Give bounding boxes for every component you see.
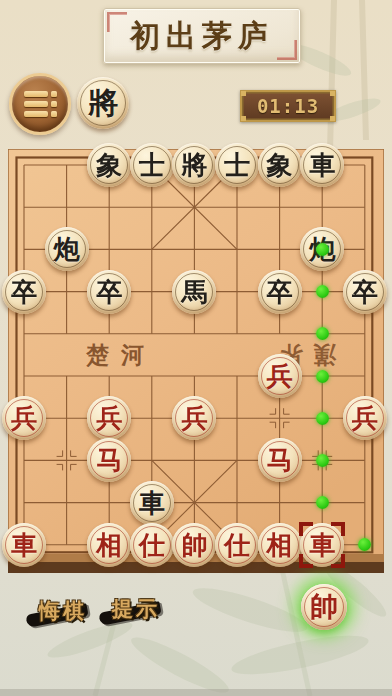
piece-glyph: 仕 <box>224 532 250 558</box>
piece-black-r0c7[interactable]: 車 <box>300 143 344 187</box>
red-general-turn-indicator: 帥 <box>301 584 347 630</box>
menu-button[interactable] <box>9 73 71 135</box>
piece-glyph: 將 <box>181 152 207 178</box>
piece-glyph: 马 <box>96 447 122 473</box>
hint-button[interactable]: 提示 <box>97 583 175 635</box>
piece-black-r0c6[interactable]: 象 <box>258 143 302 187</box>
move-dot[interactable] <box>316 243 329 256</box>
piece-red-r9c4[interactable]: 帥 <box>172 523 216 567</box>
plaque-corner-ornament <box>107 12 127 32</box>
xiangqi-board[interactable]: 楚河 漢界 象士將士象車炮炮卒卒馬卒卒車兵兵兵兵兵马马車相仕帥仕相車 <box>8 149 384 573</box>
piece-black-r3c2[interactable]: 卒 <box>87 270 131 314</box>
piece-red-r5c6[interactable]: 兵 <box>258 354 302 398</box>
piece-black-r3c8[interactable]: 卒 <box>343 270 387 314</box>
piece-glyph: 車 <box>139 490 165 516</box>
piece-black-r3c0[interactable]: 卒 <box>2 270 46 314</box>
piece-red-r9c5[interactable]: 仕 <box>215 523 259 567</box>
piece-glyph: 相 <box>96 532 122 558</box>
piece-red-r9c2[interactable]: 相 <box>87 523 131 567</box>
piece-glyph: 兵 <box>267 363 293 389</box>
black-general-glyph: 將 <box>88 88 118 118</box>
move-dot[interactable] <box>316 327 329 340</box>
piece-glyph: 马 <box>267 447 293 473</box>
piece-red-r7c6[interactable]: 马 <box>258 438 302 482</box>
piece-glyph: 兵 <box>352 405 378 431</box>
selected-square-marker <box>299 522 345 568</box>
piece-red-r6c8[interactable]: 兵 <box>343 396 387 440</box>
piece-glyph: 馬 <box>181 279 207 305</box>
move-dot[interactable] <box>316 412 329 425</box>
piece-glyph: 仕 <box>139 532 165 558</box>
move-dot[interactable] <box>316 496 329 509</box>
piece-red-r6c0[interactable]: 兵 <box>2 396 46 440</box>
piece-black-r2c1[interactable]: 炮 <box>45 227 89 271</box>
piece-black-r3c4[interactable]: 馬 <box>172 270 216 314</box>
piece-glyph: 帥 <box>181 532 207 558</box>
piece-black-r8c3[interactable]: 車 <box>130 481 174 525</box>
piece-black-r0c3[interactable]: 士 <box>130 143 174 187</box>
piece-red-r9c3[interactable]: 仕 <box>130 523 174 567</box>
level-title: 初出茅庐 <box>130 16 274 57</box>
move-dot[interactable] <box>316 370 329 383</box>
piece-glyph: 相 <box>267 532 293 558</box>
timer-value: 01:13 <box>257 95 319 117</box>
piece-black-r0c2[interactable]: 象 <box>87 143 131 187</box>
piece-glyph: 象 <box>267 152 293 178</box>
plaque-corner-ornament <box>277 40 297 60</box>
piece-red-r9c0[interactable]: 車 <box>2 523 46 567</box>
hint-label: 提示 <box>112 597 160 621</box>
piece-black-r0c5[interactable]: 士 <box>215 143 259 187</box>
app-root: 初出茅庐 將 01:13 <box>0 0 392 696</box>
river-label-left: 楚河 <box>85 341 156 368</box>
piece-glyph: 兵 <box>11 405 37 431</box>
piece-glyph: 士 <box>139 152 165 178</box>
move-dot[interactable] <box>316 285 329 298</box>
menu-list-icon <box>24 91 57 117</box>
black-general-indicator: 將 <box>77 77 129 129</box>
move-dot[interactable] <box>316 454 329 467</box>
piece-glyph: 兵 <box>96 405 122 431</box>
piece-glyph: 士 <box>224 152 250 178</box>
piece-glyph: 卒 <box>352 279 378 305</box>
undo-button[interactable]: 悔棋 <box>24 585 102 637</box>
piece-glyph: 兵 <box>181 405 207 431</box>
piece-black-r3c6[interactable]: 卒 <box>258 270 302 314</box>
piece-glyph: 卒 <box>267 279 293 305</box>
piece-glyph: 卒 <box>96 279 122 305</box>
board-grid: 楚河 漢界 <box>8 149 384 573</box>
red-general-glyph: 帥 <box>310 593 338 621</box>
level-title-plaque: 初出茅庐 <box>103 8 301 64</box>
bottom-edge-strip <box>0 689 392 696</box>
undo-label: 悔棋 <box>39 599 87 623</box>
piece-glyph: 車 <box>11 532 37 558</box>
piece-glyph: 象 <box>96 152 122 178</box>
piece-glyph: 炮 <box>54 236 80 262</box>
piece-glyph: 卒 <box>11 279 37 305</box>
timer: 01:13 <box>240 90 336 122</box>
piece-glyph: 車 <box>309 152 335 178</box>
piece-red-r9c6[interactable]: 相 <box>258 523 302 567</box>
